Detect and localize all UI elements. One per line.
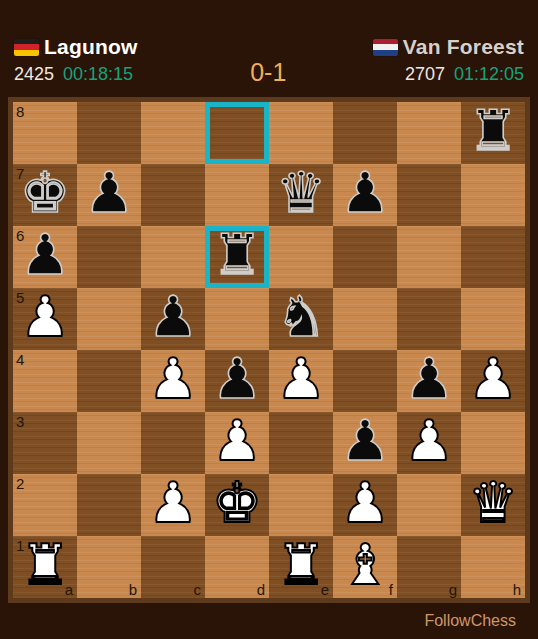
piece-white-pawn: ♟ — [269, 350, 333, 412]
square-h4[interactable]: ♟ — [461, 350, 525, 412]
square-a4[interactable]: 4 — [13, 350, 77, 412]
rank-label-3: 3 — [16, 413, 24, 430]
square-f4[interactable] — [333, 350, 397, 412]
square-e4[interactable]: ♟ — [269, 350, 333, 412]
square-g7[interactable] — [397, 164, 461, 226]
square-a5[interactable]: 5♟ — [13, 288, 77, 350]
rank-label-2: 2 — [16, 475, 24, 492]
square-e3[interactable] — [269, 412, 333, 474]
file-label-g: g — [449, 581, 457, 598]
square-a3[interactable]: 3 — [13, 412, 77, 474]
piece-white-pawn: ♟ — [141, 350, 205, 412]
square-g3[interactable]: ♟ — [397, 412, 461, 474]
square-g6[interactable] — [397, 226, 461, 288]
file-label-c: c — [194, 581, 202, 598]
square-h7[interactable] — [461, 164, 525, 226]
square-b2[interactable] — [77, 474, 141, 536]
rank-label-7: 7 — [16, 165, 24, 182]
square-a8[interactable]: 8 — [13, 102, 77, 164]
square-e1[interactable]: e♜ — [269, 536, 333, 598]
piece-white-pawn: ♟ — [397, 412, 461, 474]
bottom-bar: FollowChess — [0, 602, 538, 639]
rank-label-4: 4 — [16, 351, 24, 368]
square-b6[interactable] — [77, 226, 141, 288]
piece-black-rook: ♜ — [461, 102, 525, 164]
piece-white-pawn: ♟ — [205, 412, 269, 474]
square-h2[interactable]: ♛ — [461, 474, 525, 536]
square-g5[interactable] — [397, 288, 461, 350]
player-right-name: Van Foreest — [403, 35, 524, 59]
rank-label-6: 6 — [16, 227, 24, 244]
piece-white-queen: ♛ — [461, 474, 525, 536]
square-c8[interactable] — [141, 102, 205, 164]
piece-black-pawn: ♟ — [333, 412, 397, 474]
square-e6[interactable] — [269, 226, 333, 288]
file-label-d: d — [257, 581, 265, 598]
square-f6[interactable] — [333, 226, 397, 288]
square-c7[interactable] — [141, 164, 205, 226]
square-h5[interactable] — [461, 288, 525, 350]
square-d7[interactable] — [205, 164, 269, 226]
followchess-watermark: FollowChess — [424, 612, 516, 630]
square-d6[interactable]: ♜ — [205, 226, 269, 288]
square-g8[interactable] — [397, 102, 461, 164]
square-c6[interactable] — [141, 226, 205, 288]
square-d1[interactable]: d — [205, 536, 269, 598]
square-f8[interactable] — [333, 102, 397, 164]
square-c5[interactable]: ♟ — [141, 288, 205, 350]
square-b7[interactable]: ♟ — [77, 164, 141, 226]
square-b5[interactable] — [77, 288, 141, 350]
square-g4[interactable]: ♟ — [397, 350, 461, 412]
square-f5[interactable] — [333, 288, 397, 350]
file-label-a: a — [65, 581, 73, 598]
square-b1[interactable]: b — [77, 536, 141, 598]
rank-label-8: 8 — [16, 103, 24, 120]
square-h8[interactable]: ♜ — [461, 102, 525, 164]
piece-white-bishop: ♝ — [333, 536, 397, 598]
player-left: Lagunow 2425 00:18:15 — [14, 35, 138, 85]
file-label-h: h — [513, 581, 521, 598]
square-d3[interactable]: ♟ — [205, 412, 269, 474]
square-h3[interactable] — [461, 412, 525, 474]
square-e5[interactable]: ♞ — [269, 288, 333, 350]
square-g2[interactable] — [397, 474, 461, 536]
player-right: Van Foreest 2707 01:12:05 — [373, 35, 524, 85]
square-b3[interactable] — [77, 412, 141, 474]
square-e7[interactable]: ♛ — [269, 164, 333, 226]
square-h1[interactable]: h — [461, 536, 525, 598]
square-a1[interactable]: 1a♜ — [13, 536, 77, 598]
piece-black-pawn: ♟ — [333, 164, 397, 226]
square-a2[interactable]: 2 — [13, 474, 77, 536]
square-d2[interactable]: ♚ — [205, 474, 269, 536]
square-e8[interactable] — [269, 102, 333, 164]
piece-black-pawn: ♟ — [205, 350, 269, 412]
square-a6[interactable]: 6♟ — [13, 226, 77, 288]
player-right-clock: 01:12:05 — [454, 64, 524, 85]
piece-black-knight: ♞ — [269, 288, 333, 350]
square-h6[interactable] — [461, 226, 525, 288]
square-d4[interactable]: ♟ — [205, 350, 269, 412]
square-c4[interactable]: ♟ — [141, 350, 205, 412]
piece-black-queen: ♛ — [269, 164, 333, 226]
piece-white-king: ♚ — [205, 474, 269, 536]
netherlands-flag — [373, 39, 398, 56]
square-c2[interactable]: ♟ — [141, 474, 205, 536]
square-f3[interactable]: ♟ — [333, 412, 397, 474]
file-label-e: e — [321, 581, 329, 598]
square-d5[interactable] — [205, 288, 269, 350]
player-left-name: Lagunow — [44, 35, 138, 59]
rank-label-5: 5 — [16, 289, 24, 306]
piece-white-pawn: ♟ — [333, 474, 397, 536]
player-left-clock: 00:18:15 — [63, 64, 133, 85]
germany-flag — [14, 39, 39, 56]
piece-black-pawn: ♟ — [141, 288, 205, 350]
square-b4[interactable] — [77, 350, 141, 412]
chess-board: 8♜7♚♟♛♟6♟♜5♟♟♞4♟♟♟♟♟3♟♟♟2♟♚♟♛1a♜bcde♜f♝g… — [13, 102, 525, 598]
square-b8[interactable] — [77, 102, 141, 164]
square-f2[interactable]: ♟ — [333, 474, 397, 536]
rank-label-1: 1 — [16, 537, 24, 554]
file-label-b: b — [129, 581, 137, 598]
square-f7[interactable]: ♟ — [333, 164, 397, 226]
square-c1[interactable]: c — [141, 536, 205, 598]
player-right-rating: 2707 — [405, 64, 445, 85]
piece-white-pawn: ♟ — [461, 350, 525, 412]
piece-white-pawn: ♟ — [141, 474, 205, 536]
player-left-rating: 2425 — [14, 64, 54, 85]
piece-black-rook: ♜ — [205, 226, 269, 288]
square-f1[interactable]: f♝ — [333, 536, 397, 598]
piece-black-pawn: ♟ — [397, 350, 461, 412]
square-c3[interactable] — [141, 412, 205, 474]
square-g1[interactable]: g — [397, 536, 461, 598]
square-e2[interactable] — [269, 474, 333, 536]
game-result: 0-1 — [250, 58, 286, 87]
square-a7[interactable]: 7♚ — [13, 164, 77, 226]
game-header: Lagunow 2425 00:18:15 0-1 Van Foreest 27… — [0, 0, 538, 97]
square-d8[interactable] — [205, 102, 269, 164]
piece-black-pawn: ♟ — [77, 164, 141, 226]
chess-board-frame: 8♜7♚♟♛♟6♟♜5♟♟♞4♟♟♟♟♟3♟♟♟2♟♚♟♛1a♜bcde♜f♝g… — [8, 97, 530, 603]
file-label-f: f — [389, 581, 393, 598]
